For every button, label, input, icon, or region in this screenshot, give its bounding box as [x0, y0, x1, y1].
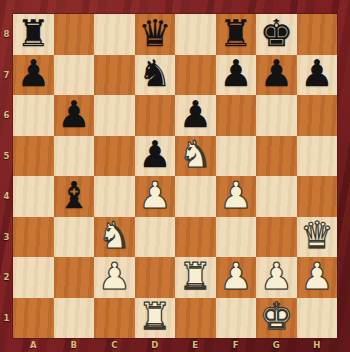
piece-black-pawn-h7: ♟	[300, 55, 333, 92]
piece-white-pawn-f4: ♟	[219, 177, 252, 214]
square-f6[interactable]	[216, 95, 257, 136]
square-h6[interactable]	[297, 95, 338, 136]
piece-black-pawn-g7: ♟	[260, 55, 293, 92]
piece-white-pawn-g2: ♟	[260, 258, 293, 295]
square-d6[interactable]	[135, 95, 176, 136]
square-b4[interactable]: ♝	[54, 176, 95, 217]
square-b2[interactable]	[54, 257, 95, 298]
file-label-c: C	[94, 338, 135, 352]
square-d4[interactable]: ♟	[135, 176, 176, 217]
rank-label-6: 6	[0, 95, 13, 136]
piece-white-knight-c3: ♞	[98, 217, 131, 254]
square-f7[interactable]: ♟	[216, 55, 257, 96]
rank-label-3: 3	[0, 217, 13, 258]
square-d2[interactable]	[135, 257, 176, 298]
square-b3[interactable]	[54, 217, 95, 258]
square-a1[interactable]	[13, 298, 54, 339]
square-f5[interactable]	[216, 136, 257, 177]
square-a7[interactable]: ♟	[13, 55, 54, 96]
rank-label-4: 4	[0, 176, 13, 217]
square-a8[interactable]: ♜	[13, 14, 54, 55]
rank-label-5: 5	[0, 136, 13, 177]
file-label-g: G	[256, 338, 297, 352]
square-h3[interactable]: ♛	[297, 217, 338, 258]
square-h1[interactable]	[297, 298, 338, 339]
piece-black-bishop-b4: ♝	[57, 177, 90, 214]
piece-black-pawn-d5: ♟	[138, 136, 171, 173]
square-d8[interactable]: ♛	[135, 14, 176, 55]
file-label-b: B	[54, 338, 95, 352]
square-g1[interactable]: ♚	[256, 298, 297, 339]
square-c6[interactable]	[94, 95, 135, 136]
piece-black-pawn-e6: ♟	[179, 96, 212, 133]
square-g5[interactable]	[256, 136, 297, 177]
square-d1[interactable]: ♜	[135, 298, 176, 339]
square-b7[interactable]	[54, 55, 95, 96]
square-c5[interactable]	[94, 136, 135, 177]
rank-label-2: 2	[0, 257, 13, 298]
square-a2[interactable]	[13, 257, 54, 298]
square-c7[interactable]	[94, 55, 135, 96]
square-b6[interactable]: ♟	[54, 95, 95, 136]
piece-white-pawn-d4: ♟	[138, 177, 171, 214]
square-c2[interactable]: ♟	[94, 257, 135, 298]
square-a4[interactable]	[13, 176, 54, 217]
square-f1[interactable]	[216, 298, 257, 339]
square-e3[interactable]	[175, 217, 216, 258]
square-g7[interactable]: ♟	[256, 55, 297, 96]
square-h4[interactable]	[297, 176, 338, 217]
square-g3[interactable]	[256, 217, 297, 258]
square-e7[interactable]	[175, 55, 216, 96]
file-labels: ABCDEFGH	[13, 338, 337, 352]
chess-board: ♜♛♜♚♟♞♟♟♟♟♟♟♞♝♟♟♞♛♟♜♟♟♟♜♚	[13, 14, 337, 338]
square-f3[interactable]	[216, 217, 257, 258]
piece-black-knight-d7: ♞	[138, 55, 171, 92]
piece-white-king-g1: ♚	[260, 298, 293, 335]
file-label-h: H	[297, 338, 338, 352]
square-f2[interactable]: ♟	[216, 257, 257, 298]
square-c8[interactable]	[94, 14, 135, 55]
square-e8[interactable]	[175, 14, 216, 55]
rank-label-7: 7	[0, 55, 13, 96]
square-e1[interactable]	[175, 298, 216, 339]
piece-white-rook-e2: ♜	[179, 258, 212, 295]
square-c3[interactable]: ♞	[94, 217, 135, 258]
square-d7[interactable]: ♞	[135, 55, 176, 96]
file-label-e: E	[175, 338, 216, 352]
square-a6[interactable]	[13, 95, 54, 136]
rank-label-8: 8	[0, 14, 13, 55]
square-c4[interactable]	[94, 176, 135, 217]
square-h7[interactable]: ♟	[297, 55, 338, 96]
piece-white-queen-h3: ♛	[300, 217, 333, 254]
piece-white-pawn-f2: ♟	[219, 258, 252, 295]
square-h5[interactable]	[297, 136, 338, 177]
piece-white-knight-e5: ♞	[179, 136, 212, 173]
square-g4[interactable]	[256, 176, 297, 217]
piece-black-pawn-b6: ♟	[57, 96, 90, 133]
square-b1[interactable]	[54, 298, 95, 339]
square-a3[interactable]	[13, 217, 54, 258]
piece-black-pawn-a7: ♟	[17, 55, 50, 92]
piece-white-pawn-c2: ♟	[98, 258, 131, 295]
square-e6[interactable]: ♟	[175, 95, 216, 136]
square-g2[interactable]: ♟	[256, 257, 297, 298]
square-f4[interactable]: ♟	[216, 176, 257, 217]
chess-diagram: 87654321 ABCDEFGH ♜♛♜♚♟♞♟♟♟♟♟♟♞♝♟♟♞♛♟♜♟♟…	[0, 0, 350, 352]
piece-black-rook-f8: ♜	[219, 15, 252, 52]
file-label-f: F	[216, 338, 257, 352]
square-e2[interactable]: ♜	[175, 257, 216, 298]
rank-labels: 87654321	[0, 14, 13, 338]
square-h2[interactable]: ♟	[297, 257, 338, 298]
square-f8[interactable]: ♜	[216, 14, 257, 55]
file-label-d: D	[135, 338, 176, 352]
piece-black-pawn-f7: ♟	[219, 55, 252, 92]
square-g6[interactable]	[256, 95, 297, 136]
piece-black-queen-d8: ♛	[138, 15, 171, 52]
square-h8[interactable]	[297, 14, 338, 55]
piece-black-king-g8: ♚	[260, 15, 293, 52]
square-d5[interactable]: ♟	[135, 136, 176, 177]
square-e4[interactable]	[175, 176, 216, 217]
piece-black-rook-a8: ♜	[17, 15, 50, 52]
piece-white-rook-d1: ♜	[138, 298, 171, 335]
square-b5[interactable]	[54, 136, 95, 177]
square-a5[interactable]	[13, 136, 54, 177]
square-g8[interactable]: ♚	[256, 14, 297, 55]
square-d3[interactable]	[135, 217, 176, 258]
square-e5[interactable]: ♞	[175, 136, 216, 177]
file-label-a: A	[13, 338, 54, 352]
piece-white-pawn-h2: ♟	[300, 258, 333, 295]
square-b8[interactable]	[54, 14, 95, 55]
rank-label-1: 1	[0, 298, 13, 339]
square-c1[interactable]	[94, 298, 135, 339]
